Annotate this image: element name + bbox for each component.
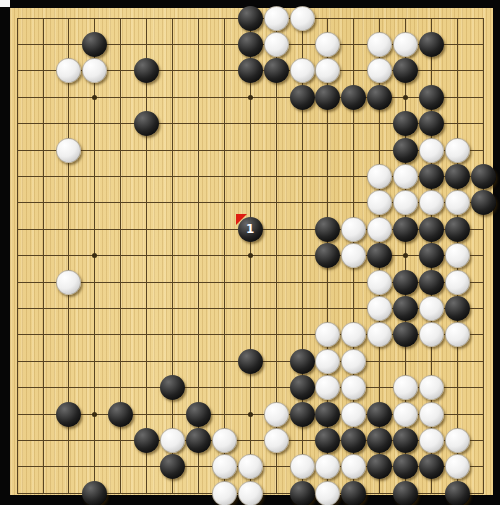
- white-stone[interactable]: [212, 428, 237, 453]
- black-stone[interactable]: [393, 322, 418, 347]
- white-stone[interactable]: [341, 349, 366, 374]
- white-stone[interactable]: [367, 190, 392, 215]
- white-stone[interactable]: [367, 270, 392, 295]
- white-stone[interactable]: [212, 481, 237, 505]
- move-number-label: 1: [238, 217, 263, 242]
- white-stone[interactable]: [445, 454, 470, 479]
- black-stone[interactable]: [367, 85, 392, 110]
- black-stone[interactable]: [82, 32, 107, 57]
- white-stone[interactable]: [419, 190, 444, 215]
- white-stone[interactable]: [393, 32, 418, 57]
- white-stone[interactable]: [393, 164, 418, 189]
- white-stone[interactable]: [315, 322, 340, 347]
- white-stone[interactable]: [445, 270, 470, 295]
- black-stone[interactable]: [290, 481, 315, 505]
- black-stone[interactable]: [134, 58, 159, 83]
- white-stone[interactable]: [290, 6, 315, 31]
- black-stone[interactable]: [134, 111, 159, 136]
- black-stone[interactable]: [238, 32, 263, 57]
- white-stone[interactable]: [419, 322, 444, 347]
- black-stone[interactable]: [160, 454, 185, 479]
- white-stone[interactable]: [419, 138, 444, 163]
- window-corner-chip: [0, 0, 10, 7]
- white-stone[interactable]: [367, 217, 392, 242]
- white-stone[interactable]: [419, 428, 444, 453]
- white-stone[interactable]: [290, 58, 315, 83]
- black-stone[interactable]: [186, 428, 211, 453]
- white-stone[interactable]: [315, 454, 340, 479]
- white-stone[interactable]: [445, 322, 470, 347]
- black-stone[interactable]: [367, 428, 392, 453]
- black-stone[interactable]: [82, 481, 107, 505]
- white-stone[interactable]: [367, 322, 392, 347]
- white-stone[interactable]: [341, 402, 366, 427]
- black-stone[interactable]: [393, 111, 418, 136]
- white-stone[interactable]: [419, 296, 444, 321]
- black-stone[interactable]: [238, 58, 263, 83]
- black-stone[interactable]: [315, 428, 340, 453]
- star-point: [248, 95, 253, 100]
- white-stone[interactable]: [56, 270, 81, 295]
- white-stone[interactable]: [315, 58, 340, 83]
- white-stone[interactable]: [341, 454, 366, 479]
- white-stone[interactable]: [56, 58, 81, 83]
- black-stone[interactable]: [341, 85, 366, 110]
- star-point: [403, 253, 408, 258]
- black-stone[interactable]: [341, 428, 366, 453]
- black-stone[interactable]: [393, 481, 418, 505]
- white-stone[interactable]: [367, 32, 392, 57]
- black-stone[interactable]: [290, 85, 315, 110]
- black-stone[interactable]: [341, 481, 366, 505]
- white-stone[interactable]: [238, 454, 263, 479]
- white-stone[interactable]: [56, 138, 81, 163]
- black-stone[interactable]: [238, 349, 263, 374]
- white-stone[interactable]: [445, 243, 470, 268]
- white-stone[interactable]: [290, 454, 315, 479]
- white-stone[interactable]: [445, 190, 470, 215]
- black-stone[interactable]: [290, 349, 315, 374]
- white-stone[interactable]: [315, 481, 340, 505]
- black-stone[interactable]: [160, 375, 185, 400]
- white-stone[interactable]: [445, 428, 470, 453]
- black-stone[interactable]: [315, 402, 340, 427]
- star-point: [248, 253, 253, 258]
- black-stone[interactable]: [419, 85, 444, 110]
- black-stone[interactable]: [108, 402, 133, 427]
- white-stone[interactable]: [264, 32, 289, 57]
- black-stone[interactable]: [393, 296, 418, 321]
- black-stone[interactable]: [315, 243, 340, 268]
- black-stone[interactable]: [264, 58, 289, 83]
- black-stone[interactable]: [419, 164, 444, 189]
- black-stone[interactable]: [56, 402, 81, 427]
- white-stone[interactable]: [212, 454, 237, 479]
- star-point: [92, 253, 97, 258]
- white-stone[interactable]: [264, 6, 289, 31]
- black-stone[interactable]: [445, 296, 470, 321]
- black-stone[interactable]: [445, 217, 470, 242]
- white-stone[interactable]: [341, 243, 366, 268]
- black-stone[interactable]: [419, 111, 444, 136]
- black-stone[interactable]: [393, 270, 418, 295]
- black-stone[interactable]: [471, 164, 496, 189]
- star-point: [92, 95, 97, 100]
- white-stone[interactable]: [341, 322, 366, 347]
- black-stone[interactable]: [134, 428, 159, 453]
- white-stone[interactable]: [315, 375, 340, 400]
- black-stone[interactable]: [315, 217, 340, 242]
- white-stone[interactable]: [393, 190, 418, 215]
- grid-line-vertical: [483, 18, 484, 494]
- white-stone[interactable]: [393, 402, 418, 427]
- white-stone[interactable]: [419, 402, 444, 427]
- black-stone[interactable]: [445, 164, 470, 189]
- black-stone[interactable]: [393, 138, 418, 163]
- black-stone[interactable]: [367, 243, 392, 268]
- white-stone[interactable]: [367, 58, 392, 83]
- star-point: [403, 95, 408, 100]
- black-stone[interactable]: [393, 454, 418, 479]
- black-stone[interactable]: [315, 85, 340, 110]
- go-app-window: 1: [0, 0, 500, 505]
- white-stone[interactable]: [160, 428, 185, 453]
- white-stone[interactable]: [315, 32, 340, 57]
- black-stone[interactable]: [186, 402, 211, 427]
- black-stone[interactable]: [367, 454, 392, 479]
- black-stone[interactable]: [393, 428, 418, 453]
- black-stone[interactable]: [290, 402, 315, 427]
- white-stone[interactable]: [445, 138, 470, 163]
- white-stone[interactable]: [341, 375, 366, 400]
- black-stone[interactable]: [445, 481, 470, 505]
- white-stone[interactable]: [82, 58, 107, 83]
- star-point: [92, 412, 97, 417]
- white-stone[interactable]: [367, 164, 392, 189]
- black-stone[interactable]: [367, 402, 392, 427]
- go-board[interactable]: 1: [10, 8, 493, 495]
- white-stone[interactable]: [264, 428, 289, 453]
- black-stone[interactable]: [471, 190, 496, 215]
- black-stone[interactable]: [393, 217, 418, 242]
- black-stone[interactable]: [419, 454, 444, 479]
- black-stone[interactable]: [290, 375, 315, 400]
- white-stone[interactable]: [238, 481, 263, 505]
- black-stone[interactable]: [393, 58, 418, 83]
- white-stone[interactable]: [341, 217, 366, 242]
- white-stone[interactable]: [367, 296, 392, 321]
- black-stone[interactable]: [238, 6, 263, 31]
- white-stone[interactable]: [419, 375, 444, 400]
- black-stone[interactable]: [419, 243, 444, 268]
- white-stone[interactable]: [315, 349, 340, 374]
- black-stone[interactable]: [419, 270, 444, 295]
- black-stone[interactable]: [419, 32, 444, 57]
- white-stone[interactable]: [393, 375, 418, 400]
- white-stone[interactable]: [264, 402, 289, 427]
- star-point: [248, 412, 253, 417]
- black-stone[interactable]: [419, 217, 444, 242]
